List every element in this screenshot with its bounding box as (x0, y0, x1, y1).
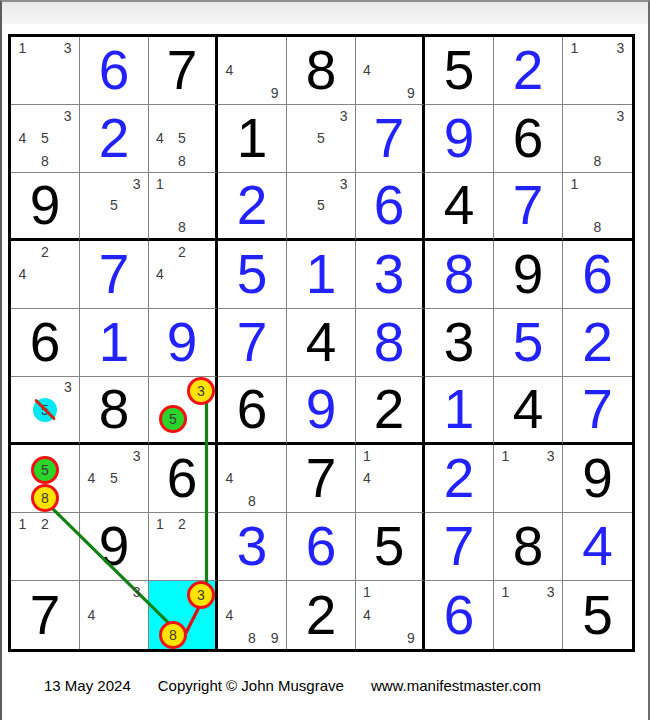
candidate-9: 9 (407, 86, 415, 100)
cell-r7c1[interactable]: 58 (11, 445, 80, 513)
candidate-4: 4 (363, 63, 371, 77)
candidate-4: 4 (156, 131, 164, 145)
footer-date: 13 May 2024 (44, 677, 131, 694)
solved-digit: 5 (218, 241, 286, 308)
given-digit: 5 (425, 37, 493, 104)
candidate-2: 2 (178, 517, 186, 531)
candidate-9: 9 (271, 631, 279, 645)
cell-r5c1[interactable]: 6 (11, 309, 80, 377)
cell-r9c4[interactable]: 489 (218, 581, 287, 649)
pencil-marks: 24 (11, 241, 79, 308)
candidate-3: 3 (617, 109, 625, 123)
candidate-1: 1 (571, 41, 579, 55)
candidate-2: 2 (178, 245, 186, 259)
cell-r6c9[interactable]: 7 (563, 377, 632, 445)
candidate-5: 5 (317, 198, 325, 212)
candidate-1: 1 (18, 517, 26, 531)
cell-r9c5[interactable]: 2 (287, 581, 356, 649)
candidate-4: 4 (18, 267, 26, 281)
pencil-marks: 49 (356, 37, 422, 104)
footer: 13 May 2024 Copyright © John Musgrave ww… (2, 677, 648, 694)
solved-digit: 6 (425, 581, 493, 649)
solved-digit: 1 (80, 309, 148, 376)
pencil-marks: 35 (149, 377, 215, 442)
solved-digit: 7 (494, 173, 562, 238)
pencil-marks: 35 (287, 173, 355, 238)
given-digit: 4 (425, 173, 493, 238)
cell-r8c2[interactable]: 9 (80, 513, 149, 581)
cell-r3c6[interactable]: 6 (356, 173, 425, 241)
cell-r4c1[interactable]: 24 (11, 241, 80, 309)
given-digit: 6 (494, 105, 562, 172)
cell-r5c3[interactable]: 9 (149, 309, 218, 377)
candidate-1: 1 (501, 585, 509, 599)
cell-r2c2[interactable]: 2 (80, 105, 149, 173)
candidate-1: 1 (571, 177, 579, 191)
candidate-1: 1 (363, 449, 371, 463)
solved-digit: 7 (80, 241, 148, 308)
cell-r4c4[interactable]: 5 (218, 241, 287, 309)
given-digit: 6 (11, 309, 79, 376)
cell-r3c2[interactable]: 35 (80, 173, 149, 241)
cell-r5c2[interactable]: 1 (80, 309, 149, 377)
candidate-3-circled-yellow: 3 (187, 581, 215, 609)
cell-r1c7[interactable]: 5 (425, 37, 494, 105)
pencil-marks: 34 (80, 581, 148, 649)
pencil-marks: 58 (11, 445, 79, 512)
cell-r9c8[interactable]: 13 (494, 581, 563, 649)
solved-digit: 7 (356, 105, 422, 172)
given-digit: 3 (425, 309, 493, 376)
pencil-marks: 345 (80, 445, 148, 512)
cell-r6c2[interactable]: 8 (80, 377, 149, 445)
cell-r8c8[interactable]: 8 (494, 513, 563, 581)
cell-r9c3[interactable]: 38 (149, 581, 218, 649)
candidate-4: 4 (225, 471, 233, 485)
given-digit: 6 (218, 377, 286, 442)
cell-r1c6[interactable]: 49 (356, 37, 425, 105)
cell-r8c4[interactable]: 3 (218, 513, 287, 581)
cell-r6c6[interactable]: 2 (356, 377, 425, 445)
candidate-4: 4 (87, 471, 95, 485)
cell-r7c3[interactable]: 6 (149, 445, 218, 513)
candidate-4: 4 (363, 608, 371, 622)
cell-r9c9[interactable]: 5 (563, 581, 632, 649)
pencil-marks: 458 (149, 105, 215, 172)
candidate-8: 8 (178, 154, 186, 168)
cell-r4c9[interactable]: 6 (563, 241, 632, 309)
solved-digit: 2 (80, 105, 148, 172)
given-digit: 4 (287, 309, 355, 376)
candidate-5-eliminated: 5 (33, 398, 57, 422)
cell-r3c5[interactable]: 35 (287, 173, 356, 241)
pencil-marks: 38 (149, 581, 215, 649)
pencil-marks: 489 (218, 581, 286, 649)
cell-r2c9[interactable]: 38 (563, 105, 632, 173)
candidate-3: 3 (64, 380, 72, 394)
cell-r8c7[interactable]: 7 (425, 513, 494, 581)
candidate-5: 5 (41, 131, 49, 145)
pencil-marks: 18 (563, 173, 632, 238)
cell-r8c6[interactable]: 5 (356, 513, 425, 581)
cell-r6c5[interactable]: 9 (287, 377, 356, 445)
candidate-4: 4 (363, 471, 371, 485)
solved-digit: 9 (287, 377, 355, 442)
cell-r2c8[interactable]: 6 (494, 105, 563, 173)
given-digit: 9 (80, 513, 148, 580)
candidate-9: 9 (271, 86, 279, 100)
cell-r2c6[interactable]: 7 (356, 105, 425, 173)
candidate-5: 5 (110, 198, 118, 212)
pencil-marks: 13 (494, 445, 562, 512)
candidate-3: 3 (133, 449, 141, 463)
candidate-8: 8 (594, 220, 602, 234)
candidate-3: 3 (64, 109, 72, 123)
given-digit: 1 (218, 105, 286, 172)
solved-digit: 9 (149, 309, 215, 376)
cell-r8c1[interactable]: 12 (11, 513, 80, 581)
app-window: 1367498495213345824581357963893518235647… (0, 0, 650, 720)
given-digit: 2 (356, 377, 422, 442)
cell-r9c6[interactable]: 149 (356, 581, 425, 649)
solved-digit: 8 (356, 309, 422, 376)
cell-r4c3[interactable]: 24 (149, 241, 218, 309)
cell-r6c3[interactable]: 35 (149, 377, 218, 445)
solved-digit: 7 (563, 377, 632, 442)
cell-r5c5[interactable]: 4 (287, 309, 356, 377)
given-digit: 7 (149, 37, 215, 104)
candidate-1: 1 (156, 177, 164, 191)
cell-r2c4[interactable]: 1 (218, 105, 287, 173)
pencil-marks: 13 (563, 37, 632, 104)
given-digit: 7 (287, 445, 355, 512)
solved-digit: 4 (563, 513, 632, 580)
candidate-3: 3 (547, 585, 555, 599)
solved-digit: 7 (218, 309, 286, 376)
cell-r4c2[interactable]: 7 (80, 241, 149, 309)
cell-r3c3[interactable]: 18 (149, 173, 218, 241)
given-digit: 8 (287, 37, 355, 104)
pencil-marks: 149 (356, 581, 422, 649)
pencil-marks: 12 (11, 513, 79, 580)
pencil-marks: 48 (218, 445, 286, 512)
cell-r1c1[interactable]: 13 (11, 37, 80, 105)
candidate-8-circled-yellow: 8 (159, 621, 187, 649)
cell-r4c7[interactable]: 8 (425, 241, 494, 309)
given-digit: 5 (356, 513, 422, 580)
given-digit: 2 (287, 581, 355, 649)
cell-r1c4[interactable]: 49 (218, 37, 287, 105)
candidate-8: 8 (594, 154, 602, 168)
cell-r2c1[interactable]: 3458 (11, 105, 80, 173)
given-digit: 8 (80, 377, 148, 442)
given-digit: 8 (494, 513, 562, 580)
given-digit: 5 (563, 581, 632, 649)
cell-r5c4[interactable]: 7 (218, 309, 287, 377)
cell-r1c9[interactable]: 13 (563, 37, 632, 105)
sudoku-board: 1367498495213345824581357963893518235647… (8, 34, 635, 652)
window-top-bar (2, 2, 648, 24)
cell-r3c4[interactable]: 2 (218, 173, 287, 241)
cell-r6c4[interactable]: 6 (218, 377, 287, 445)
solved-digit: 3 (356, 241, 422, 308)
cell-r7c2[interactable]: 345 (80, 445, 149, 513)
candidate-3: 3 (133, 585, 141, 599)
cell-r6c1[interactable]: 35 (11, 377, 80, 445)
candidate-8: 8 (248, 631, 256, 645)
cell-r7c6[interactable]: 14 (356, 445, 425, 513)
cell-r7c9[interactable]: 9 (563, 445, 632, 513)
cell-r9c2[interactable]: 34 (80, 581, 149, 649)
cell-r7c4[interactable]: 48 (218, 445, 287, 513)
solved-digit: 2 (218, 173, 286, 238)
cell-r9c1[interactable]: 7 (11, 581, 80, 649)
pencil-marks: 13 (494, 581, 562, 649)
cell-r2c7[interactable]: 9 (425, 105, 494, 173)
candidate-3: 3 (340, 177, 348, 191)
cell-r6c7[interactable]: 1 (425, 377, 494, 445)
solved-digit: 6 (356, 173, 422, 238)
cell-r7c8[interactable]: 13 (494, 445, 563, 513)
candidate-9: 9 (407, 631, 415, 645)
candidate-4: 4 (225, 63, 233, 77)
given-digit: 9 (494, 241, 562, 308)
solved-digit: 1 (287, 241, 355, 308)
candidate-2: 2 (41, 245, 49, 259)
cell-r6c8[interactable]: 4 (494, 377, 563, 445)
solved-digit: 1 (425, 377, 493, 442)
pencil-marks: 12 (149, 513, 215, 580)
cell-r2c3[interactable]: 458 (149, 105, 218, 173)
candidate-3: 3 (547, 449, 555, 463)
solved-digit: 2 (563, 309, 632, 376)
candidate-3-circled-yellow: 3 (187, 377, 215, 405)
given-digit: 6 (149, 445, 215, 512)
candidate-5-circled-green: 5 (159, 405, 187, 433)
given-digit: 9 (563, 445, 632, 512)
pencil-marks: 38 (563, 105, 632, 172)
cell-r3c8[interactable]: 7 (494, 173, 563, 241)
solved-digit: 5 (494, 309, 562, 376)
candidate-8: 8 (248, 494, 256, 508)
pencil-marks: 35 (11, 377, 79, 442)
candidate-5: 5 (178, 131, 186, 145)
candidate-4: 4 (156, 267, 164, 281)
candidate-3: 3 (340, 109, 348, 123)
cell-r3c1[interactable]: 9 (11, 173, 80, 241)
pencil-marks: 3458 (11, 105, 79, 172)
pencil-marks: 13 (11, 37, 79, 104)
solved-digit: 2 (425, 445, 493, 512)
cell-r5c6[interactable]: 8 (356, 309, 425, 377)
cell-r7c5[interactable]: 7 (287, 445, 356, 513)
pencil-marks: 35 (80, 173, 148, 238)
candidate-2: 2 (41, 517, 49, 531)
pencil-marks: 35 (287, 105, 355, 172)
candidate-8: 8 (178, 220, 186, 234)
candidate-3: 3 (133, 177, 141, 191)
given-digit: 9 (11, 173, 79, 238)
candidate-3: 3 (617, 41, 625, 55)
solved-digit: 6 (563, 241, 632, 308)
cell-r1c5[interactable]: 8 (287, 37, 356, 105)
candidate-4: 4 (225, 608, 233, 622)
solved-digit: 6 (287, 513, 355, 580)
pencil-marks: 14 (356, 445, 422, 512)
candidate-1: 1 (501, 449, 509, 463)
footer-copyright: Copyright © John Musgrave (158, 677, 344, 694)
pencil-marks: 18 (149, 173, 215, 238)
cell-r4c6[interactable]: 3 (356, 241, 425, 309)
cell-r8c9[interactable]: 4 (563, 513, 632, 581)
candidate-8-circled-yellow: 8 (31, 484, 59, 512)
cell-r3c7[interactable]: 4 (425, 173, 494, 241)
cell-r5c8[interactable]: 5 (494, 309, 563, 377)
cell-r3c9[interactable]: 18 (563, 173, 632, 241)
pencil-marks: 49 (218, 37, 286, 104)
cell-r1c8[interactable]: 2 (494, 37, 563, 105)
cell-r1c3[interactable]: 7 (149, 37, 218, 105)
cell-r4c5[interactable]: 1 (287, 241, 356, 309)
cell-r1c2[interactable]: 6 (80, 37, 149, 105)
solved-digit: 9 (425, 105, 493, 172)
candidate-5: 5 (110, 471, 118, 485)
cell-r5c9[interactable]: 2 (563, 309, 632, 377)
candidate-8: 8 (41, 154, 49, 168)
cell-r8c5[interactable]: 6 (287, 513, 356, 581)
cell-r7c7[interactable]: 2 (425, 445, 494, 513)
given-digit: 4 (494, 377, 562, 442)
candidate-4: 4 (18, 131, 26, 145)
cell-r8c3[interactable]: 12 (149, 513, 218, 581)
candidate-1: 1 (156, 517, 164, 531)
candidate-5-circled-green: 5 (31, 456, 59, 484)
cell-r5c7[interactable]: 3 (425, 309, 494, 377)
solved-digit: 7 (425, 513, 493, 580)
candidate-1: 1 (363, 585, 371, 599)
cell-r2c5[interactable]: 35 (287, 105, 356, 173)
pencil-marks: 24 (149, 241, 215, 308)
solved-digit: 3 (218, 513, 286, 580)
given-digit: 7 (11, 581, 79, 649)
candidate-1: 1 (18, 41, 26, 55)
solved-digit: 6 (80, 37, 148, 104)
candidate-4: 4 (87, 608, 95, 622)
cell-r4c8[interactable]: 9 (494, 241, 563, 309)
cell-r9c7[interactable]: 6 (425, 581, 494, 649)
footer-website: www.manifestmaster.com (371, 677, 541, 694)
solved-digit: 2 (494, 37, 562, 104)
solved-digit: 8 (425, 241, 493, 308)
candidate-5: 5 (317, 131, 325, 145)
candidate-3: 3 (64, 41, 72, 55)
